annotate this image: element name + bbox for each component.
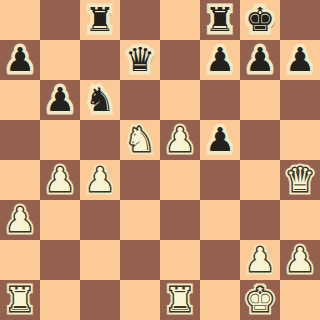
square-h8[interactable] [280, 0, 320, 40]
square-b3[interactable] [40, 200, 80, 240]
square-d4[interactable] [120, 160, 160, 200]
square-d8[interactable] [120, 0, 160, 40]
piece-white-rook-e1[interactable]: ♜ [160, 280, 200, 320]
chess-board: ♜♜♚♟♛♟♟♟♟♞♞♟♟♟♟♛♟♟♟♜♜♚ [0, 0, 320, 320]
square-c8[interactable]: ♜ [80, 0, 120, 40]
square-g3[interactable] [240, 200, 280, 240]
square-d5[interactable]: ♞ [120, 120, 160, 160]
square-e8[interactable] [160, 0, 200, 40]
piece-black-king-g8[interactable]: ♚ [240, 0, 280, 40]
square-g8[interactable]: ♚ [240, 0, 280, 40]
piece-white-pawn-c4[interactable]: ♟ [80, 160, 120, 200]
square-d6[interactable] [120, 80, 160, 120]
square-e3[interactable] [160, 200, 200, 240]
square-a1[interactable]: ♜ [0, 280, 40, 320]
square-h6[interactable] [280, 80, 320, 120]
square-f4[interactable] [200, 160, 240, 200]
square-g5[interactable] [240, 120, 280, 160]
square-h2[interactable]: ♟ [280, 240, 320, 280]
square-g4[interactable] [240, 160, 280, 200]
square-b2[interactable] [40, 240, 80, 280]
square-h1[interactable] [280, 280, 320, 320]
piece-white-pawn-b4[interactable]: ♟ [40, 160, 80, 200]
square-d7[interactable]: ♛ [120, 40, 160, 80]
piece-black-pawn-f7[interactable]: ♟ [200, 40, 240, 80]
square-e1[interactable]: ♜ [160, 280, 200, 320]
piece-black-rook-c8[interactable]: ♜ [80, 0, 120, 40]
square-c2[interactable] [80, 240, 120, 280]
square-f5[interactable]: ♟ [200, 120, 240, 160]
square-g2[interactable]: ♟ [240, 240, 280, 280]
square-b4[interactable]: ♟ [40, 160, 80, 200]
piece-white-knight-d5[interactable]: ♞ [120, 120, 160, 160]
square-a4[interactable] [0, 160, 40, 200]
piece-white-queen-h4[interactable]: ♛ [280, 160, 320, 200]
piece-black-knight-c6[interactable]: ♞ [80, 80, 120, 120]
square-f2[interactable] [200, 240, 240, 280]
square-b1[interactable] [40, 280, 80, 320]
square-f1[interactable] [200, 280, 240, 320]
square-f8[interactable]: ♜ [200, 0, 240, 40]
square-f6[interactable] [200, 80, 240, 120]
piece-white-pawn-e5[interactable]: ♟ [160, 120, 200, 160]
square-g7[interactable]: ♟ [240, 40, 280, 80]
square-b8[interactable] [40, 0, 80, 40]
square-h5[interactable] [280, 120, 320, 160]
square-f3[interactable] [200, 200, 240, 240]
square-f7[interactable]: ♟ [200, 40, 240, 80]
square-c5[interactable] [80, 120, 120, 160]
piece-black-queen-d7[interactable]: ♛ [120, 40, 160, 80]
piece-black-pawn-g7[interactable]: ♟ [240, 40, 280, 80]
piece-white-pawn-g2[interactable]: ♟ [240, 240, 280, 280]
square-e5[interactable]: ♟ [160, 120, 200, 160]
square-a3[interactable]: ♟ [0, 200, 40, 240]
square-c7[interactable] [80, 40, 120, 80]
piece-black-pawn-h7[interactable]: ♟ [280, 40, 320, 80]
piece-black-pawn-f5[interactable]: ♟ [200, 120, 240, 160]
square-g1[interactable]: ♚ [240, 280, 280, 320]
square-b7[interactable] [40, 40, 80, 80]
square-d3[interactable] [120, 200, 160, 240]
piece-white-king-g1[interactable]: ♚ [240, 280, 280, 320]
square-b5[interactable] [40, 120, 80, 160]
piece-black-pawn-b6[interactable]: ♟ [40, 80, 80, 120]
square-b6[interactable]: ♟ [40, 80, 80, 120]
square-e7[interactable] [160, 40, 200, 80]
square-h7[interactable]: ♟ [280, 40, 320, 80]
square-c1[interactable] [80, 280, 120, 320]
square-c6[interactable]: ♞ [80, 80, 120, 120]
square-a8[interactable] [0, 0, 40, 40]
piece-white-pawn-h2[interactable]: ♟ [280, 240, 320, 280]
square-c4[interactable]: ♟ [80, 160, 120, 200]
square-h3[interactable] [280, 200, 320, 240]
square-g6[interactable] [240, 80, 280, 120]
piece-white-rook-a1[interactable]: ♜ [0, 280, 40, 320]
piece-black-pawn-a7[interactable]: ♟ [0, 40, 40, 80]
square-a7[interactable]: ♟ [0, 40, 40, 80]
square-e2[interactable] [160, 240, 200, 280]
square-d2[interactable] [120, 240, 160, 280]
square-e6[interactable] [160, 80, 200, 120]
square-a6[interactable] [0, 80, 40, 120]
square-a5[interactable] [0, 120, 40, 160]
square-a2[interactable] [0, 240, 40, 280]
piece-white-pawn-a3[interactable]: ♟ [0, 200, 40, 240]
square-c3[interactable] [80, 200, 120, 240]
piece-black-rook-f8[interactable]: ♜ [200, 0, 240, 40]
square-d1[interactable] [120, 280, 160, 320]
square-h4[interactable]: ♛ [280, 160, 320, 200]
square-e4[interactable] [160, 160, 200, 200]
